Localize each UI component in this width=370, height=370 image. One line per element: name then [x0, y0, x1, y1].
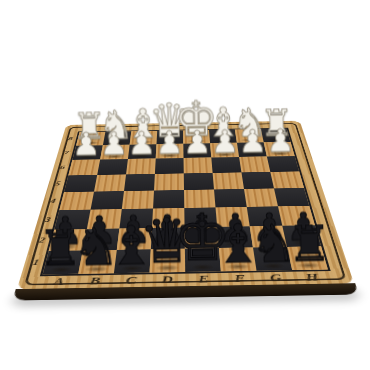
square-c7[interactable]: ♟	[128, 144, 157, 159]
photo-background: ♜♞♝♛♚♝♞♜♟♟♟♟♟♟♟♟♟♟♟♟♟♟♟♟♜♞♝♛♚♝♞♜ ABCDEFG…	[0, 0, 370, 370]
square-f5[interactable]	[213, 172, 244, 189]
white-pawn[interactable]: ♟	[72, 128, 101, 160]
white-pawn[interactable]: ♟	[155, 126, 184, 158]
file-label-f: F	[221, 272, 259, 286]
square-b6[interactable]	[97, 159, 128, 175]
square-b7[interactable]: ♟	[100, 145, 130, 160]
square-c6[interactable]	[126, 159, 156, 175]
square-d5[interactable]	[154, 173, 184, 190]
square-g1[interactable]: ♞	[253, 247, 292, 271]
square-e7[interactable]: ♟	[183, 143, 211, 158]
file-label-h: H	[292, 270, 332, 284]
square-b5[interactable]	[94, 174, 126, 191]
chess-board: ♜♞♝♛♚♝♞♜♟♟♟♟♟♟♟♟♟♟♟♟♟♟♟♟♜♞♝♛♚♝♞♜ ABCDEFG…	[17, 121, 354, 290]
square-h1[interactable]: ♜	[287, 246, 328, 270]
square-a7[interactable]: ♟	[72, 145, 103, 160]
file-label-g: G	[257, 271, 296, 285]
square-e6[interactable]	[184, 158, 213, 174]
black-rook[interactable]: ♜	[287, 220, 331, 269]
square-g6[interactable]	[239, 157, 270, 173]
square-h6[interactable]	[267, 156, 299, 172]
file-label-b: B	[76, 274, 114, 288]
white-pawn[interactable]: ♟	[127, 127, 156, 159]
square-d7[interactable]: ♟	[156, 144, 184, 159]
file-label-c: C	[112, 273, 149, 287]
square-h5[interactable]	[270, 171, 304, 188]
square-g7[interactable]: ♟	[237, 142, 267, 157]
square-f6[interactable]	[211, 157, 241, 173]
file-label-e: E	[185, 272, 222, 286]
board-scene: ♜♞♝♛♚♝♞♜♟♟♟♟♟♟♟♟♟♟♟♟♟♟♟♟♜♞♝♛♚♝♞♜ ABCDEFG…	[0, 0, 370, 370]
square-f7[interactable]: ♟	[210, 143, 239, 158]
white-pawn[interactable]: ♟	[266, 124, 295, 156]
file-label-d: D	[149, 273, 186, 287]
board-squares: ♜♞♝♛♚♝♞♜♟♟♟♟♟♟♟♟♟♟♟♟♟♟♟♟♜♞♝♛♚♝♞♜	[43, 129, 328, 275]
square-d6[interactable]	[155, 158, 184, 174]
square-c5[interactable]	[124, 174, 155, 191]
square-a5[interactable]	[64, 175, 97, 192]
white-pawn[interactable]: ♟	[210, 125, 239, 157]
square-a6[interactable]	[68, 159, 100, 175]
white-pawn[interactable]: ♟	[183, 126, 212, 158]
white-pawn[interactable]: ♟	[238, 125, 267, 157]
square-g5[interactable]	[241, 172, 274, 189]
square-h7[interactable]: ♟	[264, 142, 295, 157]
square-e5[interactable]	[184, 173, 214, 190]
file-label-a: A	[39, 275, 78, 289]
white-pawn[interactable]: ♟	[99, 127, 128, 159]
